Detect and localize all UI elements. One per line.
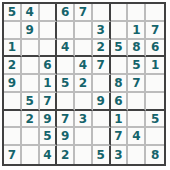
cell-r1c6[interactable]	[93, 4, 111, 22]
cell-r9c5[interactable]	[75, 146, 93, 164]
cell-r7c4[interactable]: 7	[57, 111, 75, 129]
cell-r9c3[interactable]: 4	[40, 146, 58, 164]
cell-r5c2[interactable]	[22, 75, 40, 93]
cell-r8c5[interactable]	[75, 128, 93, 146]
cell-r6c8[interactable]	[128, 93, 146, 111]
cell-r8c3[interactable]: 5	[40, 128, 58, 146]
cell-r6c9[interactable]	[146, 93, 164, 111]
cell-r3c7[interactable]: 5	[111, 40, 129, 58]
cell-r3c5[interactable]	[75, 40, 93, 58]
cell-r7c1[interactable]	[4, 111, 22, 129]
cell-r8c4[interactable]: 9	[57, 128, 75, 146]
cell-r7c6[interactable]	[93, 111, 111, 129]
cell-r1c4[interactable]: 6	[57, 4, 75, 22]
cell-r7c9[interactable]: 5	[146, 111, 164, 129]
cell-r8c8[interactable]: 4	[128, 128, 146, 146]
cell-r2c4[interactable]	[57, 22, 75, 40]
cell-r5c3[interactable]: 1	[40, 75, 58, 93]
cell-r3c2[interactable]	[22, 40, 40, 58]
cell-r5c7[interactable]: 8	[111, 75, 129, 93]
cell-r1c7[interactable]	[111, 4, 129, 22]
cell-r3c9[interactable]: 6	[146, 40, 164, 58]
cell-r9c1[interactable]: 7	[4, 146, 22, 164]
cell-r8c9[interactable]	[146, 128, 164, 146]
cell-r4c7[interactable]	[111, 57, 129, 75]
cell-r4c8[interactable]: 5	[128, 57, 146, 75]
cell-r9c2[interactable]	[22, 146, 40, 164]
cell-r7c8[interactable]	[128, 111, 146, 129]
cell-r4c5[interactable]: 4	[75, 57, 93, 75]
cell-r7c2[interactable]: 2	[22, 111, 40, 129]
cell-r5c1[interactable]: 9	[4, 75, 22, 93]
cell-r2c1[interactable]	[4, 22, 22, 40]
cell-r4c1[interactable]: 2	[4, 57, 22, 75]
cell-r4c2[interactable]	[22, 57, 40, 75]
cell-r1c3[interactable]	[40, 4, 58, 22]
cell-r4c9[interactable]: 1	[146, 57, 164, 75]
cell-r1c1[interactable]: 5	[4, 4, 22, 22]
cell-r9c8[interactable]	[128, 146, 146, 164]
cell-r4c4[interactable]	[57, 57, 75, 75]
cell-r3c4[interactable]: 4	[57, 40, 75, 58]
cell-r7c5[interactable]: 3	[75, 111, 93, 129]
cell-r3c1[interactable]: 1	[4, 40, 22, 58]
cell-r2c2[interactable]: 9	[22, 22, 40, 40]
cell-r5c5[interactable]: 2	[75, 75, 93, 93]
cell-r6c5[interactable]	[75, 93, 93, 111]
cell-r2c8[interactable]: 1	[128, 22, 146, 40]
cell-r7c3[interactable]: 9	[40, 111, 58, 129]
cell-r7c7[interactable]: 1	[111, 111, 129, 129]
cell-r2c9[interactable]: 7	[146, 22, 164, 40]
cell-r6c2[interactable]: 5	[22, 93, 40, 111]
cell-r2c5[interactable]	[75, 22, 93, 40]
cell-r3c6[interactable]: 2	[93, 40, 111, 58]
cell-r4c6[interactable]: 7	[93, 57, 111, 75]
cell-r1c9[interactable]	[146, 4, 164, 22]
cell-r1c8[interactable]	[128, 4, 146, 22]
cell-r4c3[interactable]: 6	[40, 57, 58, 75]
cell-r9c6[interactable]: 5	[93, 146, 111, 164]
cell-r1c5[interactable]: 7	[75, 4, 93, 22]
sudoku-board: 5467931714258626475191528757962973155974…	[2, 2, 166, 166]
cell-r8c2[interactable]	[22, 128, 40, 146]
cell-r5c9[interactable]	[146, 75, 164, 93]
cell-r2c3[interactable]	[40, 22, 58, 40]
cell-r6c7[interactable]: 6	[111, 93, 129, 111]
cell-r1c2[interactable]: 4	[22, 4, 40, 22]
cell-r6c1[interactable]	[4, 93, 22, 111]
cell-r5c4[interactable]: 5	[57, 75, 75, 93]
cell-r6c3[interactable]: 7	[40, 93, 58, 111]
cell-r9c7[interactable]: 3	[111, 146, 129, 164]
cell-r2c7[interactable]	[111, 22, 129, 40]
cell-r8c6[interactable]	[93, 128, 111, 146]
cell-r5c8[interactable]: 7	[128, 75, 146, 93]
cell-r6c4[interactable]	[57, 93, 75, 111]
cell-r3c3[interactable]	[40, 40, 58, 58]
cell-r3c8[interactable]: 8	[128, 40, 146, 58]
cell-r2c6[interactable]: 3	[93, 22, 111, 40]
cell-r6c6[interactable]: 9	[93, 93, 111, 111]
cell-r9c4[interactable]: 2	[57, 146, 75, 164]
cell-r5c6[interactable]	[93, 75, 111, 93]
cell-r9c9[interactable]: 8	[146, 146, 164, 164]
cell-r8c1[interactable]	[4, 128, 22, 146]
cell-r8c7[interactable]: 7	[111, 128, 129, 146]
